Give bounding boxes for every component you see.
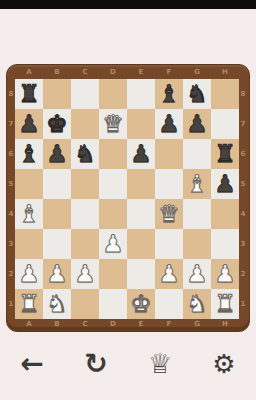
square-f3[interactable] <box>155 229 183 259</box>
black-pawn[interactable]: ♟ <box>127 139 155 169</box>
square-g8[interactable]: ♞ <box>183 79 211 109</box>
white-bishop[interactable]: ♝ <box>15 199 43 229</box>
square-c5[interactable] <box>71 169 99 199</box>
white-rook[interactable]: ♜ <box>15 289 43 319</box>
queen-crown-icon: ♕ <box>148 344 172 384</box>
square-f1[interactable] <box>155 289 183 319</box>
square-f4[interactable]: ♛ <box>155 199 183 229</box>
coordinate-label: 8 <box>239 79 247 109</box>
white-pawn[interactable]: ♟ <box>155 259 183 289</box>
white-queen[interactable]: ♛ <box>99 109 127 139</box>
black-pawn[interactable]: ♟ <box>183 109 211 139</box>
square-e4[interactable] <box>127 199 155 229</box>
white-rook[interactable]: ♜ <box>211 289 239 319</box>
square-d3[interactable]: ♟ <box>99 229 127 259</box>
back-arrow-button[interactable]: ← <box>12 344 52 384</box>
black-pawn[interactable]: ♟ <box>43 139 71 169</box>
square-d4[interactable] <box>99 199 127 229</box>
coordinate-label: F <box>155 318 183 330</box>
square-h6[interactable]: ♜ <box>211 139 239 169</box>
chess-board-frame: ABCDEFGH ABCDEFGH 87654321 87654321 ♜♝♞♟… <box>6 64 250 332</box>
square-c7[interactable] <box>71 109 99 139</box>
square-c6[interactable]: ♞ <box>71 139 99 169</box>
square-b4[interactable] <box>43 199 71 229</box>
square-b5[interactable] <box>43 169 71 199</box>
coordinate-label: H <box>211 66 239 78</box>
back-arrow-icon: ← <box>20 344 43 384</box>
square-b8[interactable] <box>43 79 71 109</box>
square-e5[interactable] <box>127 169 155 199</box>
square-c1[interactable] <box>71 289 99 319</box>
square-e3[interactable] <box>127 229 155 259</box>
black-rook[interactable]: ♜ <box>15 79 43 109</box>
square-d1[interactable] <box>99 289 127 319</box>
square-g6[interactable] <box>183 139 211 169</box>
square-g1[interactable]: ♞ <box>183 289 211 319</box>
square-h2[interactable]: ♟ <box>211 259 239 289</box>
coordinate-label: 2 <box>7 259 15 289</box>
square-f2[interactable]: ♟ <box>155 259 183 289</box>
square-a4[interactable]: ♝ <box>15 199 43 229</box>
coordinate-label: D <box>99 66 127 78</box>
black-pawn[interactable]: ♟ <box>15 109 43 139</box>
black-knight[interactable]: ♞ <box>183 79 211 109</box>
square-h3[interactable] <box>211 229 239 259</box>
square-c2[interactable]: ♟ <box>71 259 99 289</box>
square-h7[interactable] <box>211 109 239 139</box>
square-f5[interactable] <box>155 169 183 199</box>
coordinate-label: 7 <box>239 109 247 139</box>
restart-button[interactable]: ↻ <box>76 344 116 384</box>
square-d7[interactable]: ♛ <box>99 109 127 139</box>
square-h1[interactable]: ♜ <box>211 289 239 319</box>
square-a6[interactable]: ♝ <box>15 139 43 169</box>
coordinate-label: D <box>99 318 127 330</box>
square-a7[interactable]: ♟ <box>15 109 43 139</box>
rank-labels-left: 87654321 <box>7 79 15 319</box>
black-pawn[interactable]: ♟ <box>211 169 239 199</box>
black-knight[interactable]: ♞ <box>71 139 99 169</box>
square-f6[interactable] <box>155 139 183 169</box>
status-bar <box>0 0 256 9</box>
settings-gear-icon: ⚙ <box>212 344 235 384</box>
square-b6[interactable]: ♟ <box>43 139 71 169</box>
coordinate-label: 8 <box>7 79 15 109</box>
coordinate-label: 5 <box>7 169 15 199</box>
square-c8[interactable] <box>71 79 99 109</box>
square-a5[interactable] <box>15 169 43 199</box>
coordinate-label: A <box>15 66 43 78</box>
square-c4[interactable] <box>71 199 99 229</box>
white-pawn[interactable]: ♟ <box>71 259 99 289</box>
white-king[interactable]: ♚ <box>127 289 155 319</box>
square-b1[interactable]: ♞ <box>43 289 71 319</box>
coordinate-label: E <box>127 318 155 330</box>
square-g3[interactable] <box>183 229 211 259</box>
coordinate-label: B <box>43 66 71 78</box>
coordinate-label: H <box>211 318 239 330</box>
file-labels-top: ABCDEFGH <box>15 66 239 78</box>
restart-icon: ↻ <box>84 344 107 384</box>
square-a8[interactable]: ♜ <box>15 79 43 109</box>
queen-crown-button[interactable]: ♕ <box>140 344 180 384</box>
square-d5[interactable] <box>99 169 127 199</box>
coordinate-label: C <box>71 66 99 78</box>
white-pawn[interactable]: ♟ <box>183 259 211 289</box>
coordinate-label: G <box>183 318 211 330</box>
white-pawn[interactable]: ♟ <box>99 229 127 259</box>
bottom-toolbar: ←↻♕⚙ <box>0 344 256 384</box>
square-d8[interactable] <box>99 79 127 109</box>
square-f8[interactable]: ♝ <box>155 79 183 109</box>
rank-labels-right: 87654321 <box>239 79 247 319</box>
white-pawn[interactable]: ♟ <box>15 259 43 289</box>
square-c3[interactable] <box>71 229 99 259</box>
square-d6[interactable] <box>99 139 127 169</box>
white-pawn[interactable]: ♟ <box>43 259 71 289</box>
square-g7[interactable]: ♟ <box>183 109 211 139</box>
coordinate-label: 6 <box>239 139 247 169</box>
file-labels-bottom: ABCDEFGH <box>15 318 239 330</box>
coordinate-label: G <box>183 66 211 78</box>
black-king[interactable]: ♚ <box>43 109 71 139</box>
coordinate-label: E <box>127 66 155 78</box>
square-a2[interactable]: ♟ <box>15 259 43 289</box>
square-h5[interactable]: ♟ <box>211 169 239 199</box>
coordinate-label: 1 <box>7 289 15 319</box>
coordinate-label: 7 <box>7 109 15 139</box>
square-e7[interactable] <box>127 109 155 139</box>
coordinate-label: 6 <box>7 139 15 169</box>
coordinate-label: 3 <box>239 229 247 259</box>
square-g2[interactable]: ♟ <box>183 259 211 289</box>
square-a3[interactable] <box>15 229 43 259</box>
black-pawn[interactable]: ♟ <box>155 109 183 139</box>
coordinate-label: F <box>155 66 183 78</box>
square-g5[interactable]: ♝ <box>183 169 211 199</box>
coordinate-label: 5 <box>239 169 247 199</box>
white-queen[interactable]: ♛ <box>155 199 183 229</box>
square-h8[interactable] <box>211 79 239 109</box>
square-e2[interactable] <box>127 259 155 289</box>
black-rook[interactable]: ♜ <box>211 139 239 169</box>
coordinate-label: 4 <box>7 199 15 229</box>
square-d2[interactable] <box>99 259 127 289</box>
square-f7[interactable]: ♟ <box>155 109 183 139</box>
square-e1[interactable]: ♚ <box>127 289 155 319</box>
white-knight[interactable]: ♞ <box>183 289 211 319</box>
coordinate-label: 2 <box>239 259 247 289</box>
square-g4[interactable] <box>183 199 211 229</box>
square-h4[interactable] <box>211 199 239 229</box>
coordinate-label: 3 <box>7 229 15 259</box>
white-bishop[interactable]: ♝ <box>183 169 211 199</box>
square-b7[interactable]: ♚ <box>43 109 71 139</box>
settings-gear-button[interactable]: ⚙ <box>204 344 244 384</box>
coordinate-label: 4 <box>239 199 247 229</box>
black-bishop[interactable]: ♝ <box>15 139 43 169</box>
square-a1[interactable]: ♜ <box>15 289 43 319</box>
square-e8[interactable] <box>127 79 155 109</box>
square-b2[interactable]: ♟ <box>43 259 71 289</box>
white-pawn[interactable]: ♟ <box>211 259 239 289</box>
coordinate-label: C <box>71 318 99 330</box>
black-bishop[interactable]: ♝ <box>155 79 183 109</box>
coordinate-label: 1 <box>239 289 247 319</box>
square-e6[interactable]: ♟ <box>127 139 155 169</box>
chess-board: ♜♝♞♟♚♛♟♟♝♟♞♟♜♝♟♝♛♟♟♟♟♟♟♟♜♞♚♞♜ <box>15 79 239 319</box>
white-knight[interactable]: ♞ <box>43 289 71 319</box>
coordinate-label: B <box>43 318 71 330</box>
square-b3[interactable] <box>43 229 71 259</box>
coordinate-label: A <box>15 318 43 330</box>
